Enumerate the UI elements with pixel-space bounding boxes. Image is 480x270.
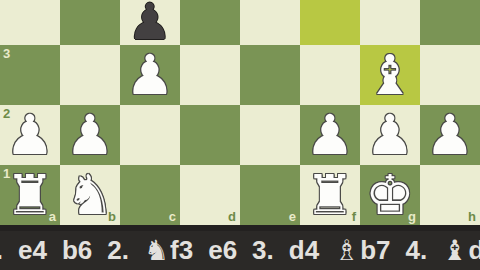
white-pawn[interactable]: ♟ — [305, 105, 354, 165]
rank-label-1: 1 — [3, 167, 10, 180]
square-f2[interactable]: ♟ — [300, 105, 360, 165]
square-b4[interactable] — [60, 0, 120, 45]
square-e2[interactable] — [240, 105, 300, 165]
move-san[interactable]: ♞f3 — [144, 235, 193, 266]
black-pawn[interactable]: ♟ — [128, 0, 173, 45]
square-d3[interactable] — [180, 45, 240, 105]
rank-label-3: 3 — [3, 47, 10, 60]
file-label-b: b — [108, 210, 116, 223]
square-c2[interactable] — [120, 105, 180, 165]
file-label-g: g — [408, 210, 416, 223]
move-number: 2. — [107, 235, 129, 266]
square-e1[interactable]: e — [240, 165, 300, 225]
square-a2[interactable]: ♟2 — [0, 105, 60, 165]
move-list: 1.e4b62.♞f3e63.d4♗b74.♝d3 — [0, 225, 480, 270]
white-pawn[interactable]: ♟ — [65, 105, 114, 165]
move-san[interactable]: e6 — [208, 235, 237, 266]
square-a3[interactable]: 3 — [0, 45, 60, 105]
file-label-c: c — [169, 210, 176, 223]
square-a1[interactable]: ♜1a — [0, 165, 60, 225]
file-label-e: e — [289, 210, 296, 223]
move-number: 1. — [0, 235, 3, 266]
white-rook[interactable]: ♜ — [305, 165, 354, 225]
square-e3[interactable] — [240, 45, 300, 105]
square-g1[interactable]: ♚g — [360, 165, 420, 225]
file-label-d: d — [228, 210, 236, 223]
white-pawn[interactable]: ♟ — [125, 45, 174, 105]
square-d2[interactable] — [180, 105, 240, 165]
white-knight-icon: ♞ — [144, 237, 169, 265]
move-san[interactable]: b6 — [62, 235, 92, 266]
square-a4[interactable] — [0, 0, 60, 45]
square-b3[interactable] — [60, 45, 120, 105]
square-h1[interactable]: h — [420, 165, 480, 225]
move-san[interactable]: ♝d3 — [442, 235, 480, 266]
move-san[interactable]: e4 — [18, 235, 47, 266]
white-pawn[interactable]: ♟ — [425, 105, 474, 165]
white-bishop-icon: ♝ — [442, 237, 467, 265]
file-label-h: h — [468, 210, 476, 223]
square-h3[interactable] — [420, 45, 480, 105]
move-san[interactable]: d4 — [289, 235, 319, 266]
rank-label-2: 2 — [3, 107, 10, 120]
square-f1[interactable]: ♜f — [300, 165, 360, 225]
square-g4[interactable] — [360, 0, 420, 45]
white-bishop[interactable]: ♝ — [365, 45, 414, 105]
square-h4[interactable] — [420, 0, 480, 45]
move-san[interactable]: ♗b7 — [334, 235, 390, 266]
square-c4[interactable]: ♟ — [120, 0, 180, 45]
file-label-a: a — [49, 210, 56, 223]
square-f3[interactable] — [300, 45, 360, 105]
square-h2[interactable]: ♟ — [420, 105, 480, 165]
file-label-f: f — [352, 210, 356, 223]
move-number: 3. — [252, 235, 274, 266]
square-d4[interactable] — [180, 0, 240, 45]
square-g3[interactable]: ♝ — [360, 45, 420, 105]
square-f4[interactable] — [300, 0, 360, 45]
white-pawn[interactable]: ♟ — [365, 105, 414, 165]
square-e4[interactable] — [240, 0, 300, 45]
black-bishop-icon: ♗ — [334, 237, 359, 265]
square-b2[interactable]: ♟ — [60, 105, 120, 165]
square-g2[interactable]: ♟ — [360, 105, 420, 165]
square-c1[interactable]: c — [120, 165, 180, 225]
white-rook[interactable]: ♜ — [5, 165, 54, 225]
white-pawn[interactable]: ♟ — [5, 105, 54, 165]
square-b1[interactable]: ♞b — [60, 165, 120, 225]
chess-board: ♟3♟♝♟2♟♟♟♟♜1a♞bcde♜f♚gh — [0, 0, 480, 225]
move-number: 4. — [406, 235, 428, 266]
square-c3[interactable]: ♟ — [120, 45, 180, 105]
square-d1[interactable]: d — [180, 165, 240, 225]
